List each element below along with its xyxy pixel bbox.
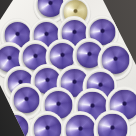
purple-rivoli-crystal (13, 87, 39, 113)
purple-rivoli-crystal (65, 115, 95, 136)
purple-rivoli-crystal (2, 115, 28, 136)
photo-crystal-tray (0, 0, 136, 136)
crystal-tray (0, 0, 136, 136)
purple-rivoli-crystal (33, 115, 61, 136)
purple-rivoli-crystal (97, 114, 127, 136)
